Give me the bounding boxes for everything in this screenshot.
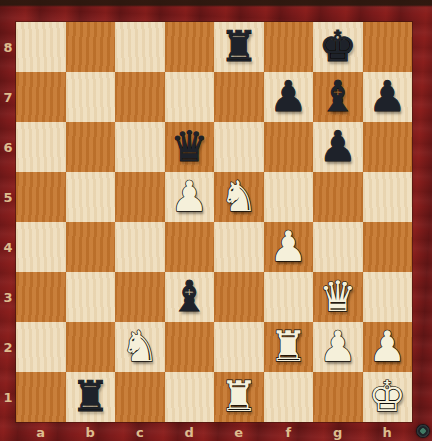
rank-labels: 87654321 [0, 22, 16, 422]
square-f1[interactable] [264, 372, 314, 422]
square-b8[interactable] [66, 22, 116, 72]
file-label-b: b [66, 422, 116, 441]
rank-label-4: 4 [0, 222, 16, 272]
square-h8[interactable] [363, 22, 413, 72]
rank-label-6: 6 [0, 122, 16, 172]
square-e6[interactable] [214, 122, 264, 172]
square-e7[interactable] [214, 72, 264, 122]
black-queen[interactable]: ♛ [170, 122, 208, 172]
square-g1[interactable] [313, 372, 363, 422]
black-rook[interactable]: ♜ [220, 22, 258, 72]
square-d1[interactable] [165, 372, 215, 422]
square-b4[interactable] [66, 222, 116, 272]
file-labels: abcdefgh [16, 422, 412, 441]
board: ♜♚♟♝♟♛♟♟♞♟♝♛♞♜♟♟♜♜♚ [16, 22, 412, 422]
file-label-e: e [214, 422, 264, 441]
rank-label-8: 8 [0, 22, 16, 72]
white-pawn[interactable]: ♟ [170, 172, 208, 222]
square-e4[interactable] [214, 222, 264, 272]
square-d5[interactable]: ♟ [165, 172, 215, 222]
black-rook[interactable]: ♜ [71, 372, 109, 422]
square-a7[interactable] [16, 72, 66, 122]
square-d8[interactable] [165, 22, 215, 72]
square-c5[interactable] [115, 172, 165, 222]
square-g3[interactable]: ♛ [313, 272, 363, 322]
square-f5[interactable] [264, 172, 314, 222]
square-f7[interactable]: ♟ [264, 72, 314, 122]
square-b3[interactable] [66, 272, 116, 322]
square-h6[interactable] [363, 122, 413, 172]
square-d2[interactable] [165, 322, 215, 372]
square-c3[interactable] [115, 272, 165, 322]
rank-label-1: 1 [0, 372, 16, 422]
square-h4[interactable] [363, 222, 413, 272]
rank-label-7: 7 [0, 72, 16, 122]
white-king[interactable]: ♚ [368, 372, 406, 422]
square-b7[interactable] [66, 72, 116, 122]
white-pawn[interactable]: ♟ [319, 322, 357, 372]
white-pawn[interactable]: ♟ [269, 222, 307, 272]
square-e8[interactable]: ♜ [214, 22, 264, 72]
square-g4[interactable] [313, 222, 363, 272]
square-g6[interactable]: ♟ [313, 122, 363, 172]
square-b1[interactable]: ♜ [66, 372, 116, 422]
chess-board-window: 87654321 ♜♚♟♝♟♛♟♟♞♟♝♛♞♜♟♟♜♜♚ abcdefgh [0, 0, 432, 441]
black-pawn[interactable]: ♟ [368, 72, 406, 122]
square-c8[interactable] [115, 22, 165, 72]
white-queen[interactable]: ♛ [319, 272, 357, 322]
square-h3[interactable] [363, 272, 413, 322]
square-a6[interactable] [16, 122, 66, 172]
square-f2[interactable]: ♜ [264, 322, 314, 372]
square-e5[interactable]: ♞ [214, 172, 264, 222]
file-label-a: a [16, 422, 66, 441]
square-f4[interactable]: ♟ [264, 222, 314, 272]
square-c2[interactable]: ♞ [115, 322, 165, 372]
rank-label-5: 5 [0, 172, 16, 222]
black-bishop[interactable]: ♝ [319, 72, 357, 122]
square-h7[interactable]: ♟ [363, 72, 413, 122]
square-d6[interactable]: ♛ [165, 122, 215, 172]
square-a4[interactable] [16, 222, 66, 272]
square-d3[interactable]: ♝ [165, 272, 215, 322]
square-a3[interactable] [16, 272, 66, 322]
square-b6[interactable] [66, 122, 116, 172]
white-knight[interactable]: ♞ [220, 172, 258, 222]
square-a5[interactable] [16, 172, 66, 222]
square-h2[interactable]: ♟ [363, 322, 413, 372]
square-e1[interactable]: ♜ [214, 372, 264, 422]
square-f6[interactable] [264, 122, 314, 172]
square-g8[interactable]: ♚ [313, 22, 363, 72]
black-pawn[interactable]: ♟ [319, 122, 357, 172]
gear-icon[interactable] [416, 424, 430, 438]
square-b2[interactable] [66, 322, 116, 372]
black-bishop[interactable]: ♝ [170, 272, 208, 322]
square-c6[interactable] [115, 122, 165, 172]
file-label-h: h [363, 422, 413, 441]
file-label-f: f [264, 422, 314, 441]
square-g7[interactable]: ♝ [313, 72, 363, 122]
square-e3[interactable] [214, 272, 264, 322]
square-f3[interactable] [264, 272, 314, 322]
white-pawn[interactable]: ♟ [368, 322, 406, 372]
rank-label-2: 2 [0, 322, 16, 372]
black-pawn[interactable]: ♟ [269, 72, 307, 122]
square-a1[interactable] [16, 372, 66, 422]
square-h5[interactable] [363, 172, 413, 222]
file-label-d: d [165, 422, 215, 441]
square-f8[interactable] [264, 22, 314, 72]
square-a8[interactable] [16, 22, 66, 72]
square-c1[interactable] [115, 372, 165, 422]
file-label-c: c [115, 422, 165, 441]
square-g2[interactable]: ♟ [313, 322, 363, 372]
square-h1[interactable]: ♚ [363, 372, 413, 422]
white-knight[interactable]: ♞ [121, 322, 159, 372]
square-a2[interactable] [16, 322, 66, 372]
white-rook[interactable]: ♜ [220, 372, 258, 422]
square-g5[interactable] [313, 172, 363, 222]
file-label-g: g [313, 422, 363, 441]
rank-label-3: 3 [0, 272, 16, 322]
white-rook[interactable]: ♜ [269, 322, 307, 372]
square-b5[interactable] [66, 172, 116, 222]
square-e2[interactable] [214, 322, 264, 372]
black-king[interactable]: ♚ [319, 22, 357, 72]
square-d7[interactable] [165, 72, 215, 122]
square-d4[interactable] [165, 222, 215, 272]
square-c4[interactable] [115, 222, 165, 272]
square-c7[interactable] [115, 72, 165, 122]
